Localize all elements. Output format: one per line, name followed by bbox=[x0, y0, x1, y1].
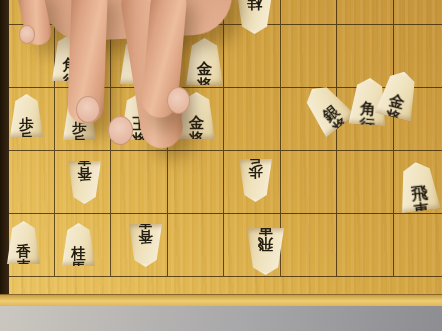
board-cell bbox=[224, 88, 281, 151]
ring-fingernail bbox=[76, 96, 100, 123]
board-cell bbox=[111, 151, 168, 214]
board-cell bbox=[281, 0, 338, 25]
board-cell bbox=[281, 151, 338, 214]
board-cell bbox=[337, 151, 394, 214]
board-cell bbox=[281, 214, 338, 277]
piece-kanji: 桂 馬 bbox=[247, 0, 263, 11]
board-cell bbox=[394, 0, 442, 25]
screenshot-root: 歩 兵 歩 兵 王 将 金 将 角 行 金 将 桂 馬 香 車 桂 馬 香 車 … bbox=[0, 0, 442, 331]
board-cell bbox=[337, 214, 394, 277]
board-cell bbox=[224, 25, 281, 88]
board-left-edge-shadow bbox=[0, 0, 9, 296]
board-cell bbox=[168, 151, 225, 214]
index-fingernail bbox=[167, 87, 190, 114]
board-cell bbox=[337, 0, 394, 25]
board-cell bbox=[168, 214, 225, 277]
board-cell bbox=[281, 25, 338, 88]
pinky-fingernail bbox=[19, 25, 35, 44]
table-surface bbox=[0, 306, 442, 331]
board-cell bbox=[394, 214, 442, 277]
board-cell bbox=[337, 25, 394, 88]
middle-fingernail bbox=[108, 116, 133, 145]
